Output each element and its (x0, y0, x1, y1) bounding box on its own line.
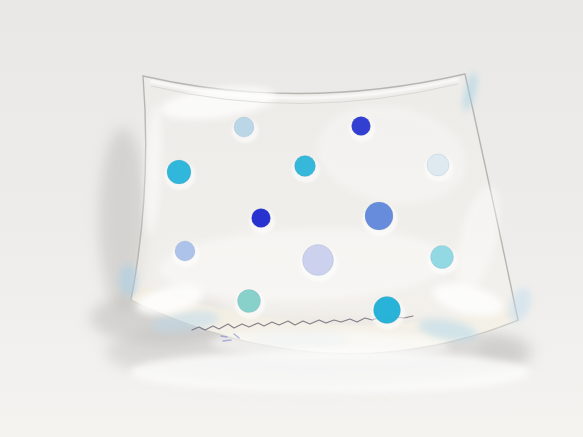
dot-cyan-mid (295, 156, 316, 177)
dot-lavender (303, 245, 334, 276)
below-plate-glare (130, 350, 530, 394)
dot-cyan-left (167, 160, 191, 184)
photo-stage (0, 0, 583, 437)
dot-turquoise (374, 297, 401, 324)
dot-deep-blue (252, 209, 271, 228)
glass-dish-photo (0, 0, 583, 437)
dot-periwinkle (175, 241, 195, 261)
edge-tint-left (119, 264, 137, 296)
dot-aqua-mint (238, 290, 261, 313)
dot-blue-white (427, 154, 449, 176)
dot-cornflower (365, 202, 393, 230)
dot-pale-sky (234, 117, 254, 137)
dot-royal-blue (352, 117, 371, 136)
dot-light-cyan (431, 246, 454, 269)
